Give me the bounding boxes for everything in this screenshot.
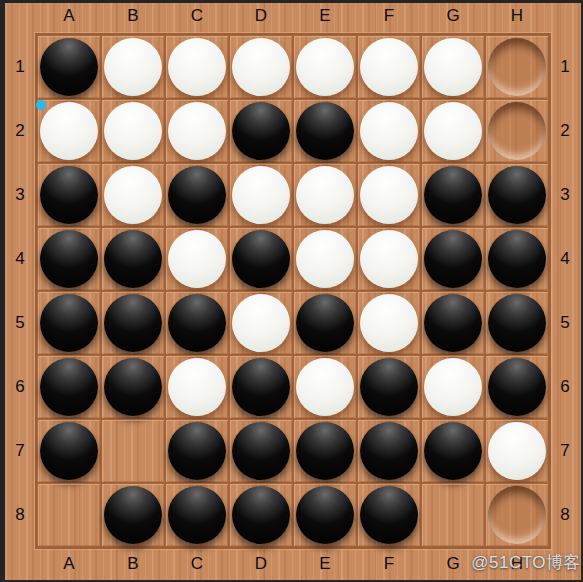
legal-move-hint-H2[interactable] [488, 102, 546, 160]
white-disc-H7 [488, 422, 546, 480]
cell-G5[interactable] [421, 291, 485, 355]
white-disc-C2 [168, 102, 226, 160]
row-label-right-2: 2 [551, 99, 579, 163]
row-label-left-8: 8 [5, 483, 35, 547]
legal-move-hint-H8[interactable] [488, 486, 546, 544]
cell-A8[interactable] [37, 483, 101, 547]
black-disc-D8 [232, 486, 290, 544]
white-disc-E6 [296, 358, 354, 416]
col-label-bottom-E: E [293, 548, 357, 580]
white-disc-D3 [232, 166, 290, 224]
white-disc-F5 [360, 294, 418, 352]
cell-D4[interactable] [229, 227, 293, 291]
row-label-left-7: 7 [5, 419, 35, 483]
black-disc-H6 [488, 358, 546, 416]
col-label-bottom-F: F [357, 548, 421, 580]
black-disc-G3 [424, 166, 482, 224]
white-disc-F2 [360, 102, 418, 160]
row-label-right-4: 4 [551, 227, 579, 291]
cell-D3[interactable] [229, 163, 293, 227]
black-disc-A3 [40, 166, 98, 224]
cell-B7[interactable] [101, 419, 165, 483]
col-label-top-F: F [357, 0, 421, 32]
black-disc-A6 [40, 358, 98, 416]
cell-F5[interactable] [357, 291, 421, 355]
cell-A2[interactable] [37, 99, 101, 163]
col-label-bottom-B: B [101, 548, 165, 580]
cell-A4[interactable] [37, 227, 101, 291]
row-label-right-6: 6 [551, 355, 579, 419]
cell-F3[interactable] [357, 163, 421, 227]
cell-A3[interactable] [37, 163, 101, 227]
col-label-top-C: C [165, 0, 229, 32]
row-label-left-1: 1 [5, 35, 35, 99]
cell-D8[interactable] [229, 483, 293, 547]
col-label-bottom-D: D [229, 548, 293, 580]
black-disc-A5 [40, 294, 98, 352]
black-disc-E2 [296, 102, 354, 160]
black-disc-H4 [488, 230, 546, 288]
white-disc-F3 [360, 166, 418, 224]
cell-C1[interactable] [165, 35, 229, 99]
cell-H6[interactable] [485, 355, 549, 419]
cell-D6[interactable] [229, 355, 293, 419]
white-disc-G6 [424, 358, 482, 416]
row-label-left-3: 3 [5, 163, 35, 227]
black-disc-B8 [104, 486, 162, 544]
row-label-left-2: 2 [5, 99, 35, 163]
cell-B1[interactable] [101, 35, 165, 99]
cell-C8[interactable] [165, 483, 229, 547]
white-disc-E3 [296, 166, 354, 224]
col-label-bottom-C: C [165, 548, 229, 580]
cell-B8[interactable] [101, 483, 165, 547]
black-disc-G7 [424, 422, 482, 480]
legal-move-hint-H1[interactable] [488, 38, 546, 96]
black-disc-G4 [424, 230, 482, 288]
black-disc-C5 [168, 294, 226, 352]
cell-G8[interactable] [421, 483, 485, 547]
black-disc-F7 [360, 422, 418, 480]
black-disc-C7 [168, 422, 226, 480]
black-disc-A1 [40, 38, 98, 96]
white-disc-C6 [168, 358, 226, 416]
cell-B5[interactable] [101, 291, 165, 355]
col-label-top-H: H [485, 0, 549, 32]
cell-H7[interactable] [485, 419, 549, 483]
cell-H4[interactable] [485, 227, 549, 291]
black-disc-F8 [360, 486, 418, 544]
cell-F4[interactable] [357, 227, 421, 291]
white-disc-C4 [168, 230, 226, 288]
cell-A7[interactable] [37, 419, 101, 483]
cell-C5[interactable] [165, 291, 229, 355]
black-disc-G5 [424, 294, 482, 352]
cell-G7[interactable] [421, 419, 485, 483]
cell-B4[interactable] [101, 227, 165, 291]
cell-C3[interactable] [165, 163, 229, 227]
cell-H8[interactable] [485, 483, 549, 547]
white-disc-D1 [232, 38, 290, 96]
row-label-left-6: 6 [5, 355, 35, 419]
cell-H1[interactable] [485, 35, 549, 99]
cell-A1[interactable] [37, 35, 101, 99]
white-disc-C1 [168, 38, 226, 96]
white-disc-G1 [424, 38, 482, 96]
cell-E6[interactable] [293, 355, 357, 419]
black-disc-D7 [232, 422, 290, 480]
black-disc-D2 [232, 102, 290, 160]
watermark: @51CTO博客 [471, 551, 581, 574]
cell-E3[interactable] [293, 163, 357, 227]
row-labels-left: 12345678 [5, 35, 35, 547]
col-label-top-E: E [293, 0, 357, 32]
black-disc-D6 [232, 358, 290, 416]
cell-D2[interactable] [229, 99, 293, 163]
white-disc-E1 [296, 38, 354, 96]
black-disc-E8 [296, 486, 354, 544]
black-disc-H5 [488, 294, 546, 352]
white-disc-D5 [232, 294, 290, 352]
cell-F1[interactable] [357, 35, 421, 99]
cell-E1[interactable] [293, 35, 357, 99]
row-label-right-5: 5 [551, 291, 579, 355]
row-label-right-7: 7 [551, 419, 579, 483]
cell-E5[interactable] [293, 291, 357, 355]
cell-H5[interactable] [485, 291, 549, 355]
cell-H2[interactable] [485, 99, 549, 163]
black-disc-F6 [360, 358, 418, 416]
col-label-top-B: B [101, 0, 165, 32]
black-disc-C3 [168, 166, 226, 224]
black-disc-E7 [296, 422, 354, 480]
white-disc-B1 [104, 38, 162, 96]
row-label-left-5: 5 [5, 291, 35, 355]
cell-F7[interactable] [357, 419, 421, 483]
row-label-right-1: 1 [551, 35, 579, 99]
white-disc-F1 [360, 38, 418, 96]
cell-B6[interactable] [101, 355, 165, 419]
black-disc-D4 [232, 230, 290, 288]
row-label-right-8: 8 [551, 483, 579, 547]
cell-A5[interactable] [37, 291, 101, 355]
cell-D5[interactable] [229, 291, 293, 355]
cell-D7[interactable] [229, 419, 293, 483]
cell-F2[interactable] [357, 99, 421, 163]
cell-B2[interactable] [101, 99, 165, 163]
cell-E7[interactable] [293, 419, 357, 483]
cell-G1[interactable] [421, 35, 485, 99]
black-disc-B5 [104, 294, 162, 352]
black-disc-C8 [168, 486, 226, 544]
cell-E8[interactable] [293, 483, 357, 547]
black-disc-B4 [104, 230, 162, 288]
column-labels-top: ABCDEFGH [37, 0, 549, 32]
cell-G2[interactable] [421, 99, 485, 163]
othello-board-grid [35, 33, 551, 549]
white-disc-E4 [296, 230, 354, 288]
white-disc-G2 [424, 102, 482, 160]
cell-F8[interactable] [357, 483, 421, 547]
cell-C4[interactable] [165, 227, 229, 291]
col-label-top-D: D [229, 0, 293, 32]
black-disc-A4 [40, 230, 98, 288]
white-disc-B3 [104, 166, 162, 224]
black-disc-A7 [40, 422, 98, 480]
cell-G3[interactable] [421, 163, 485, 227]
col-label-bottom-A: A [37, 548, 101, 580]
white-disc-F4 [360, 230, 418, 288]
col-label-top-G: G [421, 0, 485, 32]
cell-C6[interactable] [165, 355, 229, 419]
white-disc-A2 [40, 102, 98, 160]
black-disc-B6 [104, 358, 162, 416]
cell-C2[interactable] [165, 99, 229, 163]
cell-D1[interactable] [229, 35, 293, 99]
cell-A6[interactable] [37, 355, 101, 419]
black-disc-E5 [296, 294, 354, 352]
cell-G4[interactable] [421, 227, 485, 291]
cell-E2[interactable] [293, 99, 357, 163]
cell-E4[interactable] [293, 227, 357, 291]
row-labels-right: 12345678 [551, 35, 579, 547]
cell-G6[interactable] [421, 355, 485, 419]
cell-F6[interactable] [357, 355, 421, 419]
white-disc-B2 [104, 102, 162, 160]
black-disc-H3 [488, 166, 546, 224]
cell-C7[interactable] [165, 419, 229, 483]
last-move-marker [36, 100, 46, 110]
row-label-right-3: 3 [551, 163, 579, 227]
cell-B3[interactable] [101, 163, 165, 227]
col-label-top-A: A [37, 0, 101, 32]
cell-H3[interactable] [485, 163, 549, 227]
row-label-left-4: 4 [5, 227, 35, 291]
